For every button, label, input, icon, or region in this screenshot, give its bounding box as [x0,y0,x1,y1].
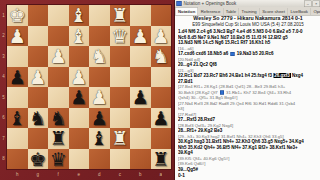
move-text[interactable]: [27.Nb4 Rxf3 28.Bd2 Rad8 29.Qe4 Rf6 30.R… [178,101,295,106]
square-c4[interactable] [110,67,131,88]
square-d1[interactable] [89,5,110,26]
square-d6[interactable]: ♟ [89,108,110,129]
rank-label: 3 [0,46,7,67]
square-a3[interactable]: ♞ [151,46,172,67]
white-rook-icon: ♜ [110,128,131,149]
white-pawn-icon: ♟ [7,26,28,47]
square-h6[interactable]: ♝ [7,108,28,129]
panel-title: Notation + Openings Book [184,1,237,6]
move-text[interactable]: 13.Nd3 Nf6 14.c5 Ng6 15.Rc1 Rf7 16.Kh1 h… [178,40,270,45]
white-knight-icon: ♞ [89,46,110,67]
file-label: d [89,170,110,179]
move-text[interactable]: 31.Rb1+ Kh7 32.Be4 Qf4+ 33.Rh4 [225,90,291,95]
square-h7[interactable] [7,128,28,149]
white-king-icon: ♚ [7,5,28,26]
black-king-icon: ♚ [28,149,49,170]
square-g7[interactable] [28,128,49,149]
white-bishop-icon: ♝ [69,5,90,26]
move-text[interactable]: 27...Rxf3 28.Rxd7 [178,117,215,122]
current-move-highlight[interactable]: 26.gxf3 [273,73,291,78]
file-label: f [48,170,69,179]
move-text[interactable]: [28.Bxf3 Qxf3+ 29.Kg2 Nxg4] [178,123,233,128]
game-event: E99 Sinquefield Cup St Louis MO USA (5.4… [175,22,320,28]
game-result[interactable]: 0-1 [178,172,320,178]
tab-notation[interactable]: Notation [175,8,198,16]
notation-panel: Notation + Openings Book – × NotationRef… [174,0,320,180]
board-window: 12345678 ♚♝♜♟♝♛♟♟♟♞♞♟♟♟♟♟♟♝♞♞♟♟♜♝♜♚♛♜ hg… [0,0,174,180]
square-f7[interactable]: ♜ [48,128,69,149]
black-bishop-icon: ♝ [89,128,110,149]
square-f4[interactable] [48,67,69,88]
move-text[interactable]: 39.Kg4 [178,150,193,155]
square-f1[interactable] [48,5,69,26]
file-label: h [7,170,28,179]
move-text[interactable]: 20...g4 21.Qc2 Qf8 [178,62,217,67]
black-queen-icon: ♛ [48,149,69,170]
black-knight-icon: ♞ [28,108,49,129]
tab-reference[interactable]: Reference [198,8,223,15]
white-pawn-icon: ♟ [48,46,69,67]
square-e4[interactable]: ♟ [69,67,90,88]
square-g8[interactable]: ♚ [28,149,49,170]
move-text[interactable]: 17.cxd6 cxd6 18.Nb5 a6 [178,51,230,56]
move-text[interactable]: [27.Rxd7] [178,112,196,117]
black-knight-icon: ♞ [48,108,69,129]
rank-labels: 12345678 [0,5,7,169]
square-f2[interactable] [48,26,69,47]
square-d4[interactable] [89,67,110,88]
square-g2[interactable] [28,26,49,47]
square-d2[interactable] [89,26,110,47]
tab-training[interactable]: Training [239,8,260,15]
square-e7[interactable] [69,128,90,149]
square-f3[interactable]: ♟ [48,46,69,67]
square-a5[interactable] [151,87,172,108]
white-queen-icon: ♛ [110,26,131,47]
rank-label: 5 [0,87,7,108]
square-a8[interactable]: ♜ [151,149,172,170]
white-pawn-icon: ♟ [69,67,90,88]
square-a2[interactable]: ♟ [151,26,172,47]
square-g3[interactable] [28,46,49,67]
tab-openings-book[interactable]: Openings Book [311,8,320,15]
chess-board: ♚♝♜♟♝♛♟♟♟♞♞♟♟♟♟♟♟♝♞♞♟♟♜♝♜♚♛♜ [7,5,171,169]
square-e5[interactable]: ♟ [69,87,90,108]
notation-line[interactable]: 22.Rc1 Bd7 23.Rc7 Bh6 24.Be1 h4 25.fxg4 … [178,73,320,79]
square-f5[interactable] [48,87,69,108]
square-c6[interactable] [110,108,131,129]
file-labels: hgfedcba [7,170,171,179]
rank-label: 4 [0,67,7,88]
square-a1[interactable] [151,5,172,26]
white-pawn-icon: ♟ [130,26,151,47]
move-text[interactable]: 0-1 [178,172,185,178]
square-g4[interactable]: ♟ [28,67,49,88]
move-text[interactable]: Nh5 35.Kd2 Qh4+ 36.Bf5 Nf4+ 37.Kg1 Bf2+ … [178,145,298,150]
annotation-marker-icon [220,90,224,94]
move-text[interactable]: 22.Rc1 Bd7 23.Rc7 Bh6 24.Be1 h4 25.fxg4 … [178,73,273,78]
square-g6[interactable]: ♞ [28,108,49,129]
notation-lines[interactable]: 1.d4 Nf6 2.c4 g6 3.Nc3 Bg7 4.e4 d6 5.Nf3… [178,29,320,178]
rank-label: 7 [0,128,7,149]
move-text[interactable]: [29...h3+ 30.Kg3 hxg2 31.Bxf1 Nh4+ 32.Kh… [178,134,284,139]
square-h5[interactable] [7,87,28,108]
white-pawn-icon: ♟ [28,67,49,88]
move-text[interactable]: Qxh4) 30...Qf5+ 31.Bg5 Bxg4#] [178,95,237,100]
white-bishop-icon: ♝ [69,26,90,47]
rank-label: 6 [0,108,7,129]
square-e6[interactable] [69,108,90,129]
square-b8[interactable] [130,149,151,170]
move-text[interactable]: 27.Bd1 [178,79,193,84]
move-text[interactable]: [39.Ke6 Qd6#] [178,161,205,166]
black-pawn-icon: ♟ [7,67,28,88]
move-text[interactable]: 30.Kg3 hxg3 31.Bxf1 Nh4+ 32.Kh3 Qh6 33.g… [178,139,304,144]
square-h8[interactable] [7,149,28,170]
black-rook-icon: ♜ [48,128,69,149]
square-e2[interactable]: ♝ [69,26,90,47]
black-pawn-icon: ♟ [151,108,172,129]
square-f8[interactable]: ♛ [48,149,69,170]
square-h2[interactable]: ♟ [7,26,28,47]
tab-table[interactable]: Table [223,8,239,15]
chessbase-logo-icon [177,1,182,6]
white-knight-icon: ♞ [151,46,172,67]
black-pawn-icon: ♟ [130,87,151,108]
square-e3[interactable] [69,46,90,67]
square-c2[interactable]: ♛ [110,26,131,47]
file-label: g [28,170,49,179]
square-d5[interactable]: ♟ [89,87,110,108]
square-b2[interactable]: ♟ [130,26,151,47]
file-label: b [130,170,151,179]
move-text[interactable]: [21...g3] [178,68,193,73]
rank-label: 8 [0,149,7,170]
white-rook-icon: ♜ [110,5,131,26]
chessbase-window: 12345678 ♚♝♜♟♝♛♟♟♟♞♞♟♟♟♟♟♟♝♞♞♟♟♜♝♜♚♛♜ hg… [0,0,320,180]
black-rook-icon: ♜ [151,149,172,170]
square-a4[interactable] [151,67,172,88]
square-d8[interactable] [89,149,110,170]
square-c1[interactable]: ♜ [110,5,131,26]
square-e1[interactable]: ♝ [69,5,90,26]
square-d7[interactable]: ♝ [89,128,110,149]
square-h1[interactable]: ♚ [7,5,28,26]
square-c7[interactable]: ♜ [110,128,131,149]
white-pawn-icon: ♟ [151,26,172,47]
move-text[interactable]: 30.Bxh3 (28.Kg2 Qf7 [178,90,219,95]
minimize-button[interactable]: – [304,0,312,7]
square-g1[interactable] [28,5,49,26]
square-h4[interactable]: ♟ [7,67,28,88]
square-a6[interactable]: ♟ [151,108,172,129]
square-b6[interactable] [130,108,151,129]
square-c3[interactable] [110,46,131,67]
square-b7[interactable] [130,128,151,149]
move-text[interactable]: [39.Kf5 Qf4+ 40.Kg6 Qg5#] [178,156,229,161]
file-label: e [69,170,90,179]
square-h3[interactable] [7,46,28,67]
move-text[interactable]: [20.Nd4 g4] [178,57,200,62]
move-text[interactable]: h3] [178,106,184,111]
square-e8[interactable] [69,149,90,170]
move-text[interactable]: [27.Be4 Rf1+ 28.Kg1 (28.Bd1 Qxf1) 28...B… [178,84,285,89]
tab-livebook[interactable]: LiveBook [288,8,311,15]
file-label: a [151,170,172,179]
move-text[interactable]: 39...Qg5# [178,167,198,172]
file-label: c [110,170,131,179]
square-b1[interactable] [130,5,151,26]
move-text[interactable]: Nc6 8.d5 Ne7 9.Ne1 Nd7 10.Be3 f5 11.f3 f… [178,35,288,40]
square-b5[interactable]: ♟ [130,87,151,108]
square-f6[interactable]: ♞ [48,108,69,129]
square-b3[interactable] [130,46,151,67]
game-header: Wesley So 2779 - Hikaru Nakamura 2814 0-… [175,15,320,27]
square-c8[interactable] [110,149,131,170]
move-text[interactable]: 1.d4 Nf6 2.c4 g6 3.Nc3 Bg7 4.e4 d6 5.Nf3… [178,29,303,34]
white-pawn-icon: ♟ [89,87,110,108]
square-a7[interactable] [151,128,172,149]
square-g5[interactable] [28,87,49,108]
black-pawn-icon: ♟ [89,108,110,129]
square-b4[interactable] [130,67,151,88]
square-d3[interactable]: ♞ [89,46,110,67]
move-text[interactable]: [16...a6] [178,46,193,51]
tab-score-sheet[interactable]: Score sheet [260,8,288,15]
move-text[interactable]: 28...Rf1+ 29.Kg2 Be3 [178,128,222,133]
annotation-marker-icon [231,52,235,56]
square-c5[interactable] [110,87,131,108]
black-bishop-icon: ♝ [7,108,28,129]
black-pawn-icon: ♟ [69,87,90,108]
rank-label: 2 [0,26,7,47]
close-button[interactable]: × [313,0,320,7]
move-text[interactable]: Nxg4 [291,73,303,78]
rank-label: 1 [0,5,7,26]
move-text[interactable]: 19.Na3 b5 20.Rc6 [236,51,274,56]
